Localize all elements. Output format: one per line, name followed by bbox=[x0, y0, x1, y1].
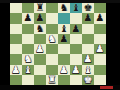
square-a6[interactable] bbox=[10, 24, 22, 34]
square-d6[interactable] bbox=[46, 24, 58, 34]
square-c4[interactable]: ♟ bbox=[34, 44, 46, 54]
square-g8[interactable]: ♚ bbox=[82, 3, 94, 13]
square-b3[interactable]: ♞ bbox=[22, 54, 34, 64]
square-f5[interactable] bbox=[70, 34, 82, 44]
white-bishop: ♝ bbox=[24, 65, 33, 75]
square-g4[interactable] bbox=[82, 44, 94, 54]
square-a2[interactable]: ♟ bbox=[10, 65, 22, 75]
square-a4[interactable] bbox=[10, 44, 22, 54]
square-h3[interactable] bbox=[94, 54, 106, 64]
square-f1[interactable] bbox=[70, 75, 82, 85]
black-knight: ♞ bbox=[36, 24, 45, 34]
square-c3[interactable] bbox=[34, 54, 46, 64]
square-h5[interactable] bbox=[94, 34, 106, 44]
square-d5[interactable]: ♞ bbox=[46, 34, 58, 44]
square-d4[interactable] bbox=[46, 44, 58, 54]
square-b8[interactable] bbox=[22, 3, 34, 13]
square-b5[interactable] bbox=[22, 34, 34, 44]
square-f8[interactable]: ♝ bbox=[70, 3, 82, 13]
square-b6[interactable] bbox=[22, 24, 34, 34]
square-e2[interactable]: ♟ bbox=[58, 65, 70, 75]
white-rook: ♜ bbox=[48, 75, 57, 85]
square-a3[interactable] bbox=[10, 54, 22, 64]
black-bishop: ♝ bbox=[60, 24, 69, 34]
black-pawn: ♟ bbox=[36, 13, 45, 23]
red-progress-segment bbox=[100, 86, 113, 89]
square-a5[interactable] bbox=[10, 34, 22, 44]
square-d1[interactable]: ♜ bbox=[46, 75, 58, 85]
square-c2[interactable] bbox=[34, 65, 46, 75]
white-pawn: ♟ bbox=[60, 65, 69, 75]
white-pawn: ♟ bbox=[84, 54, 93, 64]
square-c1[interactable] bbox=[34, 75, 46, 85]
square-e3[interactable] bbox=[58, 54, 70, 64]
square-b1[interactable] bbox=[22, 75, 34, 85]
square-h4[interactable]: ♟ bbox=[94, 44, 106, 54]
square-g7[interactable]: ♟ bbox=[82, 13, 94, 23]
square-e8[interactable]: ♞ bbox=[58, 3, 70, 13]
square-g6[interactable] bbox=[82, 24, 94, 34]
white-king: ♚ bbox=[84, 75, 93, 85]
square-g3[interactable]: ♟ bbox=[82, 54, 94, 64]
square-d7[interactable] bbox=[46, 13, 58, 23]
white-knight: ♞ bbox=[24, 54, 33, 64]
square-h7[interactable]: ♟ bbox=[94, 13, 106, 23]
square-h1[interactable] bbox=[94, 75, 106, 85]
square-a8[interactable] bbox=[10, 3, 22, 13]
square-h2[interactable] bbox=[94, 65, 106, 75]
square-d8[interactable] bbox=[46, 3, 58, 13]
square-d3[interactable] bbox=[46, 54, 58, 64]
square-c7[interactable]: ♟ bbox=[34, 13, 46, 23]
black-pawn: ♟ bbox=[96, 13, 105, 23]
black-king: ♚ bbox=[84, 3, 93, 13]
black-bishop: ♝ bbox=[72, 3, 81, 13]
white-pawn: ♟ bbox=[96, 44, 105, 54]
black-pawn: ♟ bbox=[84, 13, 93, 23]
black-pawn: ♟ bbox=[72, 24, 81, 34]
square-a1[interactable] bbox=[10, 75, 22, 85]
black-knight: ♞ bbox=[60, 3, 69, 13]
video-frame: ♜♞♝♚♟♟♟♟♞♝♟♞♟♟♟♞♟♟♝♟♟♝♜♚ bbox=[0, 0, 120, 90]
square-b2[interactable]: ♝ bbox=[22, 65, 34, 75]
white-bishop: ♝ bbox=[84, 65, 93, 75]
square-g5[interactable] bbox=[82, 34, 94, 44]
square-a7[interactable] bbox=[10, 13, 22, 23]
square-e7[interactable] bbox=[58, 13, 70, 23]
square-c8[interactable]: ♜ bbox=[34, 3, 46, 13]
square-f3[interactable] bbox=[70, 54, 82, 64]
square-d2[interactable] bbox=[46, 65, 58, 75]
black-rook: ♜ bbox=[36, 3, 45, 13]
square-f2[interactable]: ♟ bbox=[70, 65, 82, 75]
square-h8[interactable] bbox=[94, 3, 106, 13]
square-g1[interactable]: ♚ bbox=[82, 75, 94, 85]
square-c5[interactable] bbox=[34, 34, 46, 44]
white-pawn: ♟ bbox=[72, 65, 81, 75]
square-b4[interactable] bbox=[22, 44, 34, 54]
square-f6[interactable]: ♟ bbox=[70, 24, 82, 34]
black-pawn: ♟ bbox=[24, 13, 33, 23]
square-e4[interactable] bbox=[58, 44, 70, 54]
white-pawn: ♟ bbox=[36, 44, 45, 54]
white-pawn: ♟ bbox=[12, 65, 21, 75]
white-knight: ♞ bbox=[48, 34, 57, 44]
square-e1[interactable] bbox=[58, 75, 70, 85]
square-e5[interactable]: ♟ bbox=[58, 34, 70, 44]
square-e6[interactable]: ♝ bbox=[58, 24, 70, 34]
square-h6[interactable] bbox=[94, 24, 106, 34]
square-c6[interactable]: ♞ bbox=[34, 24, 46, 34]
black-pawn: ♟ bbox=[60, 34, 69, 44]
square-b7[interactable]: ♟ bbox=[22, 13, 34, 23]
square-g2[interactable]: ♝ bbox=[82, 65, 94, 75]
chess-board: ♜♞♝♚♟♟♟♟♞♝♟♞♟♟♟♞♟♟♝♟♟♝♜♚ bbox=[10, 3, 106, 85]
square-f4[interactable] bbox=[70, 44, 82, 54]
square-f7[interactable] bbox=[70, 13, 82, 23]
